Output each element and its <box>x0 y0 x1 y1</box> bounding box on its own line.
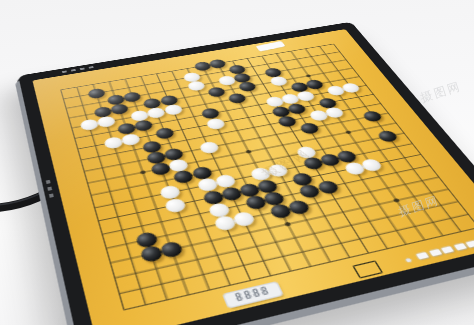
white-stone <box>198 141 220 155</box>
control-button <box>441 246 453 253</box>
black-stone <box>122 91 142 103</box>
white-stone <box>120 133 141 147</box>
black-stone <box>206 86 226 98</box>
timer-display: 8888 <box>224 282 282 307</box>
black-stone <box>154 126 175 139</box>
control-button <box>466 240 474 247</box>
white-stone <box>79 119 99 132</box>
calibration-square <box>352 260 383 278</box>
stage: 8888 摄图网 摄图网 摄图网 <box>0 0 474 325</box>
control-button-row <box>416 238 474 259</box>
black-stone <box>376 130 400 143</box>
white-stone <box>186 80 206 91</box>
black-stone <box>298 122 321 135</box>
black-stone <box>110 103 130 115</box>
white-stone <box>96 116 116 129</box>
black-stone <box>159 240 184 258</box>
white-stone <box>164 197 188 213</box>
frame-print-left <box>46 180 54 201</box>
indicator-dot <box>406 258 412 262</box>
control-button <box>429 249 441 256</box>
control-button <box>416 252 428 259</box>
black-stone <box>87 87 106 99</box>
white-stone <box>205 117 226 130</box>
control-button <box>453 243 465 250</box>
black-stone <box>133 119 154 132</box>
black-stone <box>227 92 248 104</box>
black-stone <box>208 58 227 69</box>
black-stone <box>238 81 259 92</box>
white-sticker <box>256 41 286 52</box>
white-stone <box>268 76 289 87</box>
white-stone <box>103 136 124 150</box>
white-stone <box>231 211 256 228</box>
white-stone <box>163 104 184 116</box>
timer-digits: 8888 <box>234 286 272 303</box>
black-stone <box>361 110 384 123</box>
black-stone <box>275 115 297 128</box>
